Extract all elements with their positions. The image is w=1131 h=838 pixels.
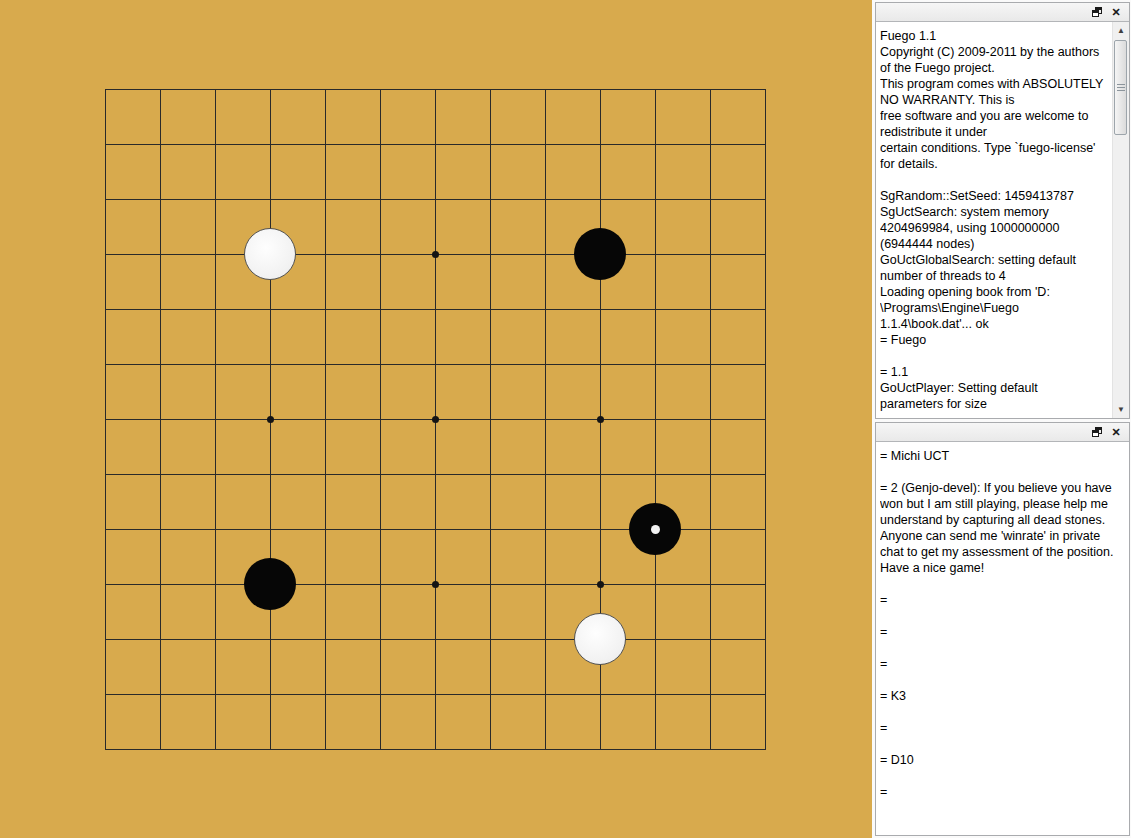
shell-line: 1.1.4\book.dat'... ok [880, 316, 1111, 332]
float-panel-button[interactable] [1091, 6, 1103, 18]
shell-line: GoUctPlayer: Setting default [880, 380, 1111, 396]
intersection-G8[interactable] [408, 337, 463, 392]
intersection-E6[interactable] [298, 447, 353, 502]
intersection-F12[interactable] [353, 117, 408, 172]
go-board-area [0, 0, 872, 838]
intersection-B9[interactable] [133, 282, 188, 337]
intersection-B12[interactable] [133, 117, 188, 172]
scroll-down-icon[interactable]: ▼ [1113, 401, 1129, 418]
intersection-K12[interactable] [573, 117, 628, 172]
intersection-D2[interactable] [243, 667, 298, 722]
intersection-C1[interactable] [188, 722, 243, 777]
dock-column: ✕ Fuego 1.1Copyright (C) 2009-2011 by th… [872, 0, 1131, 838]
intersection-D4[interactable] [243, 557, 298, 612]
intersection-E11[interactable] [298, 172, 353, 227]
intersection-H12[interactable] [463, 117, 518, 172]
shell-line: = D10 [880, 752, 1128, 768]
intersection-M9[interactable] [683, 282, 738, 337]
intersection-L3[interactable] [628, 612, 683, 667]
black-stone-L5 [629, 503, 681, 555]
intersection-H7[interactable] [463, 392, 518, 447]
shell-line: Copyright (C) 2009-2011 by the authors [880, 44, 1111, 60]
intersection-D1[interactable] [243, 722, 298, 777]
intersection-E1[interactable] [298, 722, 353, 777]
intersection-D10[interactable] [243, 227, 298, 282]
shell-line: 4204969984, using 1000000000 [880, 220, 1111, 236]
intersection-B4[interactable] [133, 557, 188, 612]
intersection-H4[interactable] [463, 557, 518, 612]
intersection-N9[interactable] [738, 282, 793, 337]
intersection-L13[interactable] [628, 62, 683, 117]
scrollbar-grip-icon [1117, 84, 1125, 91]
intersection-G4[interactable] [408, 557, 463, 612]
intersection-M3[interactable] [683, 612, 738, 667]
shell-line: = [880, 784, 1128, 800]
shell-line: NO WARRANTY. This is [880, 92, 1111, 108]
intersection-A5[interactable] [78, 502, 133, 557]
intersection-K9[interactable] [573, 282, 628, 337]
intersection-N3[interactable] [738, 612, 793, 667]
scrollbar-thumb[interactable] [1114, 40, 1127, 135]
intersection-K7[interactable] [573, 392, 628, 447]
intersection-B13[interactable] [133, 62, 188, 117]
intersection-C5[interactable] [188, 502, 243, 557]
intersection-F5[interactable] [353, 502, 408, 557]
intersection-N11[interactable] [738, 172, 793, 227]
intersection-D13[interactable] [243, 62, 298, 117]
intersection-M10[interactable] [683, 227, 738, 282]
intersection-N12[interactable] [738, 117, 793, 172]
intersection-G13[interactable] [408, 62, 463, 117]
intersection-M11[interactable] [683, 172, 738, 227]
intersection-F11[interactable] [353, 172, 408, 227]
shell-line: GoUctGlobalSearch: setting default [880, 252, 1111, 268]
shell-line: SgRandom::SetSeed: 1459413787 [880, 188, 1111, 204]
intersection-J4[interactable] [518, 557, 573, 612]
intersection-G1[interactable] [408, 722, 463, 777]
intersection-M13[interactable] [683, 62, 738, 117]
intersection-F10[interactable] [353, 227, 408, 282]
intersection-J12[interactable] [518, 117, 573, 172]
intersection-M6[interactable] [683, 447, 738, 502]
intersection-D3[interactable] [243, 612, 298, 667]
shell-text: = Michi UCT= 2 (Genjo-devel): If you bel… [876, 442, 1129, 835]
shell-line: This program comes with ABSOLUTELY [880, 76, 1111, 92]
shell-line: free software and you are welcome to [880, 108, 1111, 124]
intersection-E4[interactable] [298, 557, 353, 612]
shell-line: of the Fuego project. [880, 60, 1111, 76]
intersection-A1[interactable] [78, 722, 133, 777]
intersection-L9[interactable] [628, 282, 683, 337]
float-window-icon [1092, 427, 1102, 437]
intersection-N5[interactable] [738, 502, 793, 557]
intersection-K3[interactable] [573, 612, 628, 667]
intersection-G9[interactable] [408, 282, 463, 337]
intersection-G10[interactable] [408, 227, 463, 282]
intersection-K1[interactable] [573, 722, 628, 777]
shell-line: redistribute it under [880, 124, 1111, 140]
intersection-L1[interactable] [628, 722, 683, 777]
star-point [432, 581, 439, 588]
intersection-L5[interactable] [628, 502, 683, 557]
intersection-J1[interactable] [518, 722, 573, 777]
intersection-A2[interactable] [78, 667, 133, 722]
intersection-E12[interactable] [298, 117, 353, 172]
shell-line: = [880, 624, 1128, 640]
intersection-M4[interactable] [683, 557, 738, 612]
intersection-J3[interactable] [518, 612, 573, 667]
shell-line [880, 172, 1111, 188]
intersection-F8[interactable] [353, 337, 408, 392]
star-point [267, 416, 274, 423]
vertical-scrollbar[interactable]: ▲ ▼ [1112, 22, 1129, 418]
fuego-shell-panel: ✕ Fuego 1.1Copyright (C) 2009-2011 by th… [875, 2, 1130, 419]
intersection-K8[interactable] [573, 337, 628, 392]
intersection-N7[interactable] [738, 392, 793, 447]
intersection-G11[interactable] [408, 172, 463, 227]
intersection-C10[interactable] [188, 227, 243, 282]
intersection-G12[interactable] [408, 117, 463, 172]
star-point [597, 581, 604, 588]
intersection-L7[interactable] [628, 392, 683, 447]
intersection-B7[interactable] [133, 392, 188, 447]
intersection-K5[interactable] [573, 502, 628, 557]
scroll-up-icon[interactable]: ▲ [1113, 22, 1129, 39]
intersection-B2[interactable] [133, 667, 188, 722]
intersection-A13[interactable] [78, 62, 133, 117]
shell-line: = K3 [880, 688, 1128, 704]
intersection-F1[interactable] [353, 722, 408, 777]
intersection-D5[interactable] [243, 502, 298, 557]
intersection-D11[interactable] [243, 172, 298, 227]
intersection-H10[interactable] [463, 227, 518, 282]
shell-line [880, 464, 1128, 480]
intersection-M8[interactable] [683, 337, 738, 392]
shell-line: Have a nice game! [880, 560, 1128, 576]
intersection-L10[interactable] [628, 227, 683, 282]
star-point [432, 416, 439, 423]
intersection-M5[interactable] [683, 502, 738, 557]
intersection-F2[interactable] [353, 667, 408, 722]
shell-line [880, 608, 1128, 624]
intersection-G5[interactable] [408, 502, 463, 557]
shell-line: = 1.1 [880, 364, 1111, 380]
black-stone-D4 [244, 558, 296, 610]
intersection-H1[interactable] [463, 722, 518, 777]
intersection-A6[interactable] [78, 447, 133, 502]
intersection-B6[interactable] [133, 447, 188, 502]
shell-line [880, 672, 1128, 688]
intersection-F13[interactable] [353, 62, 408, 117]
intersection-H11[interactable] [463, 172, 518, 227]
intersection-J2[interactable] [518, 667, 573, 722]
black-stone-K10 [574, 228, 626, 280]
panel-titlebar: ✕ [876, 3, 1129, 22]
intersection-K13[interactable] [573, 62, 628, 117]
star-point [432, 251, 439, 258]
shell-line: Anyone can send me 'winrate' in private [880, 528, 1128, 544]
shell-line [880, 640, 1128, 656]
intersection-A10[interactable] [78, 227, 133, 282]
intersection-M2[interactable] [683, 667, 738, 722]
intersection-D12[interactable] [243, 117, 298, 172]
intersection-J11[interactable] [518, 172, 573, 227]
intersection-B10[interactable] [133, 227, 188, 282]
shell-line [880, 348, 1111, 364]
intersection-F9[interactable] [353, 282, 408, 337]
intersection-F3[interactable] [353, 612, 408, 667]
shell-output: = Michi UCT= 2 (Genjo-devel): If you bel… [876, 442, 1129, 835]
white-stone-D10 [244, 228, 296, 280]
intersection-C7[interactable] [188, 392, 243, 447]
intersection-N1[interactable] [738, 722, 793, 777]
intersection-A4[interactable] [78, 557, 133, 612]
intersection-L6[interactable] [628, 447, 683, 502]
intersection-C8[interactable] [188, 337, 243, 392]
star-point [597, 416, 604, 423]
intersection-C9[interactable] [188, 282, 243, 337]
shell-line: = Fuego [880, 332, 1111, 348]
intersection-F4[interactable] [353, 557, 408, 612]
go-board [78, 62, 793, 777]
shell-line: = 2 (Genjo-devel): If you believe you ha… [880, 480, 1128, 496]
shell-line: SgUctSearch: system memory [880, 204, 1111, 220]
intersection-F6[interactable] [353, 447, 408, 502]
michi-shell-panel: ✕ = Michi UCT= 2 (Genjo-devel): If you b… [875, 422, 1130, 836]
intersection-E2[interactable] [298, 667, 353, 722]
intersection-N8[interactable] [738, 337, 793, 392]
intersection-C4[interactable] [188, 557, 243, 612]
intersection-N10[interactable] [738, 227, 793, 282]
intersection-C3[interactable] [188, 612, 243, 667]
intersection-L11[interactable] [628, 172, 683, 227]
intersection-J7[interactable] [518, 392, 573, 447]
intersection-B11[interactable] [133, 172, 188, 227]
shell-line [880, 736, 1128, 752]
intersection-A8[interactable] [78, 337, 133, 392]
shell-line: = [880, 720, 1128, 736]
intersection-A7[interactable] [78, 392, 133, 447]
intersection-D6[interactable] [243, 447, 298, 502]
shell-line: understand by capturing all dead stones. [880, 512, 1128, 528]
shell-line: won but I am still playing, please help … [880, 496, 1128, 512]
intersection-E9[interactable] [298, 282, 353, 337]
shell-line: number of threads to 4 [880, 268, 1111, 284]
shell-line: Fuego 1.1 [880, 28, 1111, 44]
intersection-E3[interactable] [298, 612, 353, 667]
shell-line: for details. [880, 156, 1111, 172]
shell-line: = [880, 592, 1128, 608]
intersection-D8[interactable] [243, 337, 298, 392]
intersection-E8[interactable] [298, 337, 353, 392]
intersection-E7[interactable] [298, 392, 353, 447]
intersection-J8[interactable] [518, 337, 573, 392]
intersection-A11[interactable] [78, 172, 133, 227]
shell-line [880, 704, 1128, 720]
shell-line: Loading opening book from 'D: [880, 284, 1111, 300]
intersection-C12[interactable] [188, 117, 243, 172]
intersection-A9[interactable] [78, 282, 133, 337]
intersection-E5[interactable] [298, 502, 353, 557]
shell-line [880, 576, 1128, 592]
intersection-L12[interactable] [628, 117, 683, 172]
intersection-G7[interactable] [408, 392, 463, 447]
intersection-N6[interactable] [738, 447, 793, 502]
intersection-G2[interactable] [408, 667, 463, 722]
intersection-J6[interactable] [518, 447, 573, 502]
intersection-H8[interactable] [463, 337, 518, 392]
intersection-K6[interactable] [573, 447, 628, 502]
intersection-E13[interactable] [298, 62, 353, 117]
intersection-G3[interactable] [408, 612, 463, 667]
intersection-D9[interactable] [243, 282, 298, 337]
intersection-B5[interactable] [133, 502, 188, 557]
close-panel-button[interactable]: ✕ [1110, 6, 1122, 18]
intersection-M7[interactable] [683, 392, 738, 447]
intersection-N13[interactable] [738, 62, 793, 117]
intersection-H2[interactable] [463, 667, 518, 722]
intersection-M12[interactable] [683, 117, 738, 172]
panel-titlebar: ✕ [876, 423, 1129, 442]
shell-line: = [880, 656, 1128, 672]
intersection-L4[interactable] [628, 557, 683, 612]
intersection-J13[interactable] [518, 62, 573, 117]
intersection-H6[interactable] [463, 447, 518, 502]
intersection-H3[interactable] [463, 612, 518, 667]
intersection-J9[interactable] [518, 282, 573, 337]
go-gui-window: ✕ Fuego 1.1Copyright (C) 2009-2011 by th… [0, 0, 1131, 838]
shell-line: chat to get my assessment of the positio… [880, 544, 1128, 560]
shell-line: certain conditions. Type `fuego-license' [880, 140, 1111, 156]
float-window-icon [1092, 7, 1102, 17]
intersection-F7[interactable] [353, 392, 408, 447]
intersection-A12[interactable] [78, 117, 133, 172]
intersection-K11[interactable] [573, 172, 628, 227]
shell-line: (6944444 nodes) [880, 236, 1111, 252]
intersection-E10[interactable] [298, 227, 353, 282]
shell-line [880, 768, 1128, 784]
intersection-K10[interactable] [573, 227, 628, 282]
intersection-C11[interactable] [188, 172, 243, 227]
intersection-C6[interactable] [188, 447, 243, 502]
last-move-marker [651, 525, 660, 534]
intersection-H5[interactable] [463, 502, 518, 557]
intersection-L8[interactable] [628, 337, 683, 392]
intersection-B8[interactable] [133, 337, 188, 392]
float-panel-button[interactable] [1091, 426, 1103, 438]
intersection-H13[interactable] [463, 62, 518, 117]
intersection-B3[interactable] [133, 612, 188, 667]
shell-line: \Programs\Engine\Fuego [880, 300, 1111, 316]
white-stone-K3 [574, 613, 626, 665]
intersection-N4[interactable] [738, 557, 793, 612]
intersection-D7[interactable] [243, 392, 298, 447]
intersection-L2[interactable] [628, 667, 683, 722]
intersection-H9[interactable] [463, 282, 518, 337]
intersection-A3[interactable] [78, 612, 133, 667]
intersection-K2[interactable] [573, 667, 628, 722]
intersection-C13[interactable] [188, 62, 243, 117]
shell-output: Fuego 1.1Copyright (C) 2009-2011 by the … [876, 22, 1129, 418]
intersection-M1[interactable] [683, 722, 738, 777]
shell-line: = Michi UCT [880, 448, 1128, 464]
close-panel-button[interactable]: ✕ [1110, 426, 1122, 438]
intersection-J10[interactable] [518, 227, 573, 282]
intersection-G6[interactable] [408, 447, 463, 502]
shell-line: parameters for size [880, 396, 1111, 412]
shell-text: Fuego 1.1Copyright (C) 2009-2011 by the … [876, 22, 1112, 418]
intersection-N2[interactable] [738, 667, 793, 722]
intersection-K4[interactable] [573, 557, 628, 612]
intersection-B1[interactable] [133, 722, 188, 777]
intersection-J5[interactable] [518, 502, 573, 557]
intersection-C2[interactable] [188, 667, 243, 722]
